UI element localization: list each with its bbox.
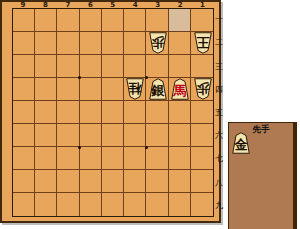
piece-pentagon: 馬 (170, 78, 190, 100)
square-6二[interactable] (80, 32, 102, 55)
square-4九[interactable] (124, 193, 146, 216)
file-label-6: 6 (79, 1, 101, 9)
square-1六[interactable] (191, 124, 213, 147)
piece-pentagon: 桂 (125, 78, 145, 100)
square-2一[interactable] (169, 9, 191, 32)
shogi-piece-gote-王[interactable]: 王 (193, 32, 213, 54)
square-2七[interactable] (169, 147, 191, 170)
square-5九[interactable] (102, 193, 124, 216)
shogi-piece-gote-桂[interactable]: 桂 (125, 78, 145, 100)
rank-label-七: 七 (215, 147, 223, 170)
square-9七[interactable] (13, 147, 35, 170)
svg-text:王: 王 (196, 34, 210, 49)
square-4七[interactable] (124, 147, 146, 170)
square-6五[interactable] (80, 101, 102, 124)
square-4六[interactable] (124, 124, 146, 147)
square-2八[interactable] (169, 170, 191, 193)
square-6七[interactable] (80, 147, 102, 170)
square-6四[interactable] (80, 78, 102, 101)
svg-text:桂: 桂 (129, 81, 143, 96)
square-9六[interactable] (13, 124, 35, 147)
sente-hand-tray: 先手 金 (228, 122, 297, 229)
rank-label-二: 二 (215, 31, 223, 54)
piece-pentagon: 歩 (193, 78, 213, 100)
square-7八[interactable] (57, 170, 79, 193)
svg-text:馬: 馬 (173, 83, 187, 98)
file-label-7: 7 (57, 1, 79, 9)
piece-pentagon: 王 (193, 32, 213, 54)
rank-label-九: 九 (215, 194, 223, 217)
square-1五[interactable] (191, 101, 213, 124)
star-point (78, 146, 81, 149)
square-1九[interactable] (191, 193, 213, 216)
square-1三[interactable] (191, 55, 213, 78)
svg-text:金: 金 (234, 137, 249, 152)
square-8八[interactable] (35, 170, 57, 193)
square-6九[interactable] (80, 193, 102, 216)
rank-label-五: 五 (215, 101, 223, 124)
shogi-piece-sente-金[interactable]: 金 (231, 132, 251, 154)
rank-label-四: 四 (215, 78, 223, 101)
square-9三[interactable] (13, 55, 35, 78)
square-3五[interactable] (146, 101, 168, 124)
file-label-5: 5 (102, 1, 124, 9)
square-6一[interactable] (80, 9, 102, 32)
square-9一[interactable] (13, 9, 35, 32)
square-9四[interactable] (13, 78, 35, 101)
file-label-9: 9 (12, 1, 34, 9)
svg-text:歩: 歩 (196, 81, 210, 96)
square-6六[interactable] (80, 124, 102, 147)
square-5七[interactable] (102, 147, 124, 170)
hand-pieces: 金 (229, 123, 293, 229)
square-4二[interactable] (124, 32, 146, 55)
square-4五[interactable] (124, 101, 146, 124)
shogi-piece-gote-歩[interactable]: 歩 (148, 32, 168, 54)
piece-pentagon: 歩 (148, 32, 168, 54)
shogi-piece-sente-馬[interactable]: 馬 (170, 78, 190, 100)
square-3七[interactable] (146, 147, 168, 170)
square-3八[interactable] (146, 170, 168, 193)
rank-label-一: 一 (215, 8, 223, 31)
rank-label-八: 八 (215, 171, 223, 194)
square-9二[interactable] (13, 32, 35, 55)
square-5二[interactable] (102, 32, 124, 55)
board-grid (12, 8, 214, 217)
svg-text:歩: 歩 (151, 34, 165, 49)
square-6八[interactable] (80, 170, 102, 193)
square-7五[interactable] (57, 101, 79, 124)
square-5八[interactable] (102, 170, 124, 193)
square-3三[interactable] (146, 55, 168, 78)
piece-pentagon: 金 (231, 132, 251, 154)
square-7七[interactable] (57, 147, 79, 170)
square-1七[interactable] (191, 147, 213, 170)
square-7六[interactable] (57, 124, 79, 147)
square-4八[interactable] (124, 170, 146, 193)
square-2五[interactable] (169, 101, 191, 124)
square-2二[interactable] (169, 32, 191, 55)
square-5六[interactable] (102, 124, 124, 147)
file-label-2: 2 (169, 1, 191, 9)
star-point (145, 146, 148, 149)
square-8九[interactable] (35, 193, 57, 216)
square-5一[interactable] (102, 9, 124, 32)
square-8一[interactable] (35, 9, 57, 32)
square-1八[interactable] (191, 170, 213, 193)
square-1一[interactable] (191, 9, 213, 32)
shogi-board: 987654321一二三四五六七八九歩王桂銀馬歩 (0, 0, 221, 223)
square-9五[interactable] (13, 101, 35, 124)
square-2三[interactable] (169, 55, 191, 78)
square-8七[interactable] (35, 147, 57, 170)
square-7四[interactable] (57, 78, 79, 101)
square-4一[interactable] (124, 9, 146, 32)
square-6三[interactable] (80, 55, 102, 78)
square-7一[interactable] (57, 9, 79, 32)
shogi-piece-sente-銀[interactable]: 銀 (148, 78, 168, 100)
square-2六[interactable] (169, 124, 191, 147)
star-point (78, 76, 81, 79)
square-5五[interactable] (102, 101, 124, 124)
file-label-8: 8 (34, 1, 56, 9)
square-8四[interactable] (35, 78, 57, 101)
square-9八[interactable] (13, 170, 35, 193)
shogi-piece-gote-歩[interactable]: 歩 (193, 78, 213, 100)
square-3六[interactable] (146, 124, 168, 147)
square-8五[interactable] (35, 101, 57, 124)
square-4三[interactable] (124, 55, 146, 78)
rank-label-三: 三 (215, 54, 223, 77)
rank-label-六: 六 (215, 124, 223, 147)
piece-pentagon: 銀 (148, 78, 168, 100)
square-8二[interactable] (35, 32, 57, 55)
square-9九[interactable] (13, 193, 35, 216)
page: 987654321一二三四五六七八九歩王桂銀馬歩 先手 金 (0, 0, 300, 229)
square-8三[interactable] (35, 55, 57, 78)
file-label-4: 4 (124, 1, 146, 9)
square-2九[interactable] (169, 193, 191, 216)
square-7二[interactable] (57, 32, 79, 55)
square-7三[interactable] (57, 55, 79, 78)
square-3九[interactable] (146, 193, 168, 216)
svg-text:銀: 銀 (150, 83, 165, 98)
square-5四[interactable] (102, 78, 124, 101)
square-7九[interactable] (57, 193, 79, 216)
file-label-3: 3 (147, 1, 169, 9)
square-8六[interactable] (35, 124, 57, 147)
file-label-1: 1 (192, 1, 214, 9)
square-3一[interactable] (146, 9, 168, 32)
square-5三[interactable] (102, 55, 124, 78)
